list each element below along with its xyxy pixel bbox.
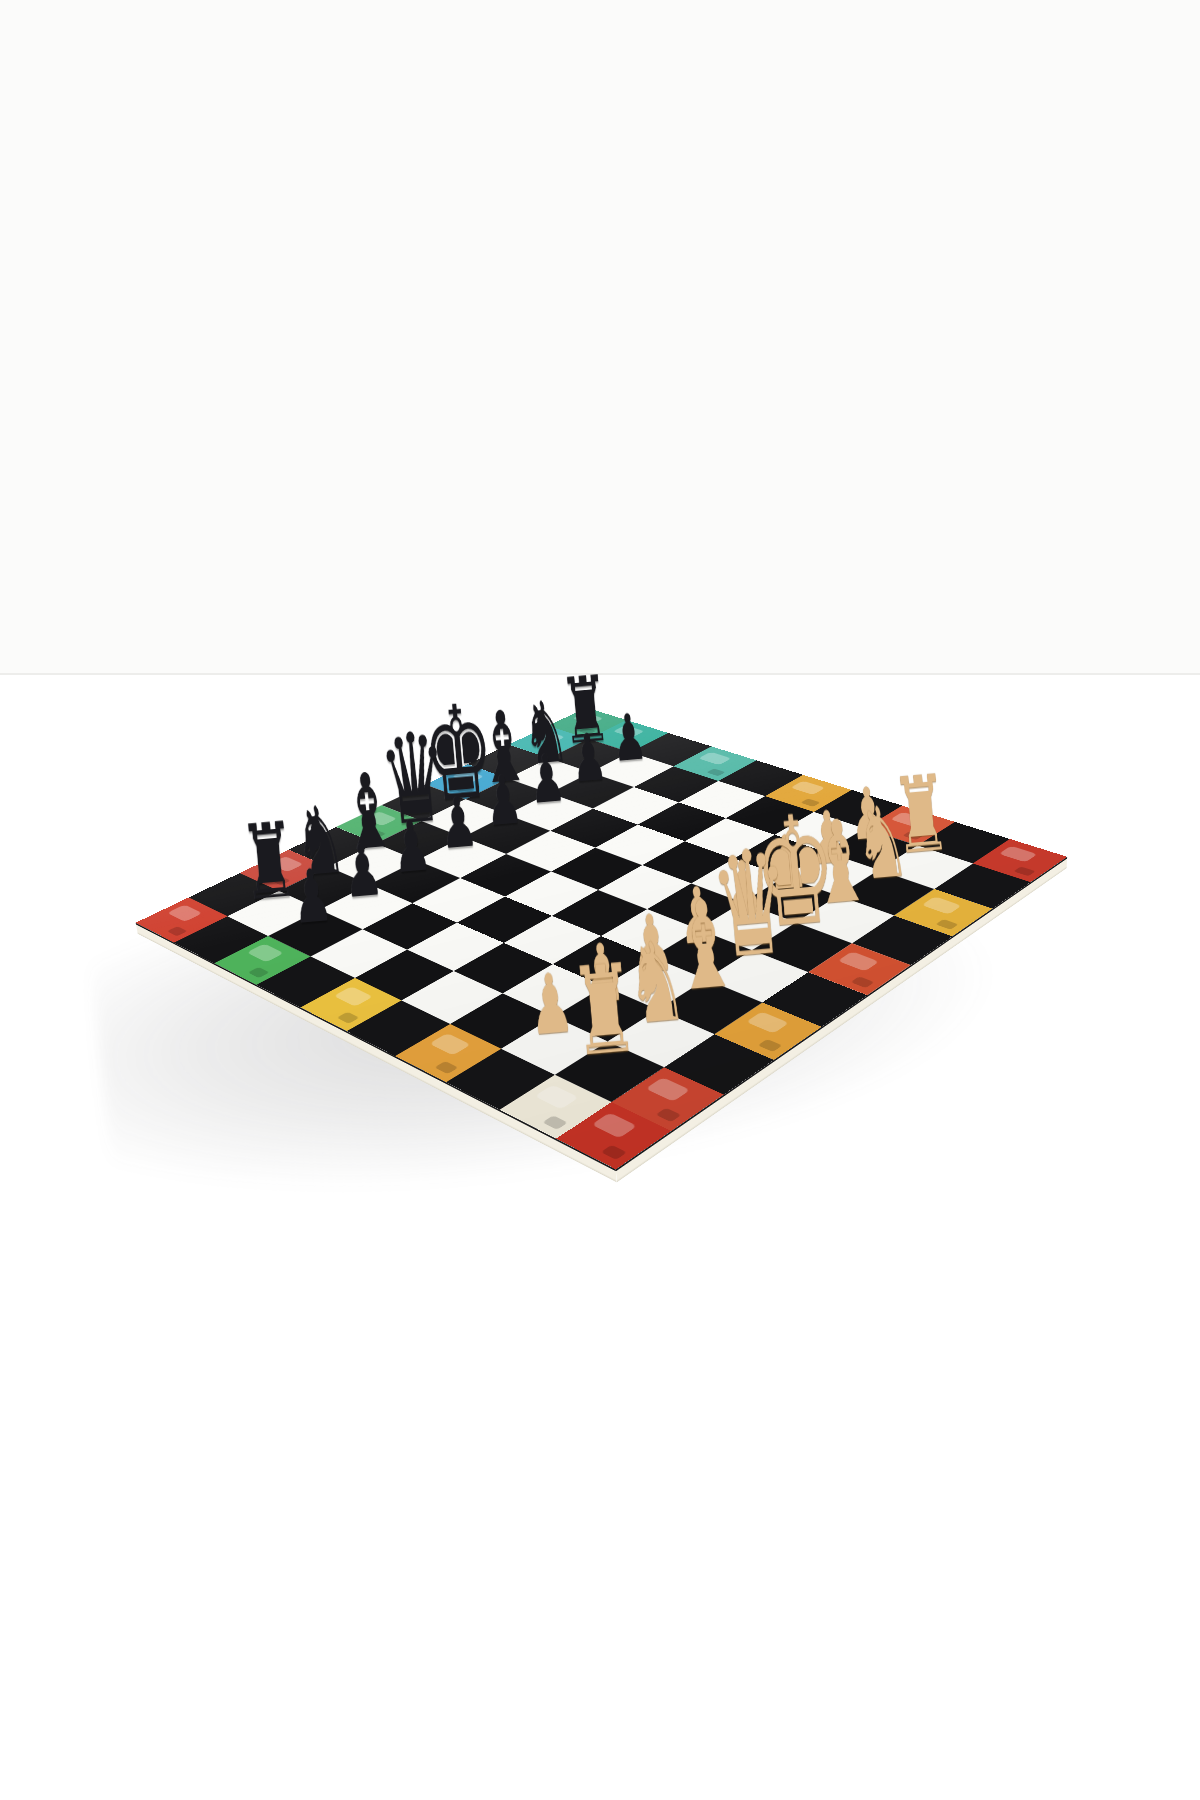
piece-black-pawn[interactable]: ♟: [568, 724, 609, 792]
square-c6[interactable]: [412, 878, 505, 922]
piece-black-pawn[interactable]: ♟: [526, 744, 567, 813]
product-photo: ♜♟♟♜♞♟♟♞♝♟♟♝♚♟♟♚♛♟♟♛♝♟♟♝♞♟♟♞♜♟♟♜: [0, 0, 1200, 1800]
piece-black-pawn[interactable]: ♟: [609, 704, 649, 771]
board-wrapper: ♜♟♟♜♞♟♟♞♝♟♟♝♚♟♟♚♛♟♟♛♝♟♟♝♞♟♟♞♜♟♟♜: [240, 532, 955, 1247]
piece-black-pawn[interactable]: ♟: [483, 765, 525, 836]
scene-perspective: ♜♟♟♜♞♟♟♞♝♟♟♝♚♟♟♚♛♟♟♛♝♟♟♝♞♟♟♞♜♟♟♜: [240, 532, 955, 1247]
piece-black-pawn[interactable]: ♟: [437, 787, 480, 859]
piece-black-pawn[interactable]: ♟: [390, 810, 434, 883]
piece-black-pawn[interactable]: ♟: [341, 833, 386, 908]
piece-black-pawn[interactable]: ♟: [289, 858, 335, 934]
piece-white-rook[interactable]: ♜: [566, 947, 642, 1074]
